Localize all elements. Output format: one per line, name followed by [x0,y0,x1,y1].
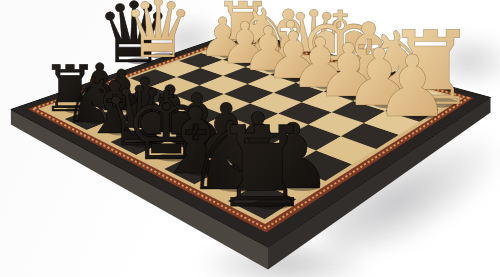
chessboard: ♛♛♜♟♞♟♝♟♛♟♚♟♝♟♟♞♜♟♟♜♞♟♟♝♟♛♟♚♟♝♟♞♟♜ [0,0,500,277]
chess-set-photo: ♛♛♜♟♞♟♝♟♛♟♚♟♝♟♟♞♜♟♟♜♞♟♟♝♟♛♟♚♟♝♟♞♟♜ chess [0,0,500,277]
piece-white-pawn-h2[interactable]: ♟ [374,37,450,136]
piece-black-rook-h8[interactable]: ♜ [212,103,312,232]
